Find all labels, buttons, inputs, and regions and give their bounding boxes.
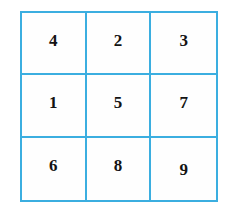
number-grid-board: 4 2 3 1 5 7 6 8 9 bbox=[20, 11, 218, 202]
cell-value: 4 bbox=[49, 32, 58, 49]
cell-r1c1[interactable]: 4 bbox=[22, 13, 87, 75]
cell-r3c1[interactable]: 6 bbox=[22, 138, 87, 200]
cell-r2c2[interactable]: 5 bbox=[87, 75, 152, 137]
cell-value: 1 bbox=[49, 94, 58, 111]
page-background: 4 2 3 1 5 7 6 8 9 bbox=[0, 0, 235, 216]
cell-value: 8 bbox=[114, 157, 123, 174]
cell-value: 9 bbox=[179, 161, 188, 178]
cell-r3c3[interactable]: 9 bbox=[151, 138, 216, 200]
cell-r3c2[interactable]: 8 bbox=[87, 138, 152, 200]
cell-r1c2[interactable]: 2 bbox=[87, 13, 152, 75]
cell-r2c1[interactable]: 1 bbox=[22, 75, 87, 137]
cell-r1c3[interactable]: 3 bbox=[151, 13, 216, 75]
cell-value: 6 bbox=[49, 157, 58, 174]
cell-value: 7 bbox=[179, 94, 188, 111]
cell-value: 5 bbox=[114, 94, 123, 111]
cell-r2c3[interactable]: 7 bbox=[151, 75, 216, 137]
cell-value: 3 bbox=[179, 32, 188, 49]
cell-value: 2 bbox=[114, 32, 123, 49]
